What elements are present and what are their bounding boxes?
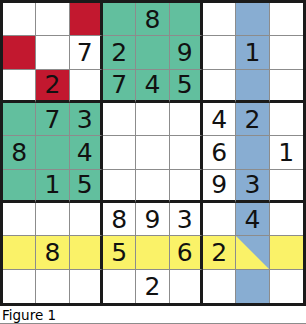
cell-r3c6[interactable]: 5	[170, 70, 203, 103]
cell-r6c8[interactable]: 3	[236, 170, 269, 203]
cell-r8c2[interactable]: 8	[36, 236, 69, 269]
cell-r8c5[interactable]	[136, 236, 169, 269]
sudoku-figure: 872912745734284611593893485622 Figure 1	[0, 0, 306, 324]
cell-r5c9[interactable]: 1	[270, 136, 303, 169]
cell-r9c4[interactable]	[103, 270, 136, 303]
cell-r7c4[interactable]: 8	[103, 203, 136, 236]
cell-r9c1[interactable]	[3, 270, 36, 303]
cell-r7c3[interactable]	[70, 203, 103, 236]
cell-r1c2[interactable]	[36, 3, 69, 36]
cell-r1c3[interactable]	[70, 3, 103, 36]
cell-r7c6[interactable]: 3	[170, 203, 203, 236]
cell-r4c2[interactable]: 7	[36, 103, 69, 136]
cell-r8c9[interactable]	[270, 236, 303, 269]
cell-r8c4[interactable]: 5	[103, 236, 136, 269]
cell-r7c9[interactable]	[270, 203, 303, 236]
sudoku-board: 872912745734284611593893485622	[0, 0, 306, 306]
cell-r2c4[interactable]: 2	[103, 36, 136, 69]
cell-r3c7[interactable]	[203, 70, 236, 103]
cell-r6c2[interactable]: 1	[36, 170, 69, 203]
cell-r6c4[interactable]	[103, 170, 136, 203]
cell-r8c7[interactable]: 2	[203, 236, 236, 269]
cell-r7c7[interactable]	[203, 203, 236, 236]
cell-r6c6[interactable]	[170, 170, 203, 203]
cell-r4c6[interactable]	[170, 103, 203, 136]
cell-r5c3[interactable]: 4	[70, 136, 103, 169]
cell-r7c5[interactable]: 9	[136, 203, 169, 236]
cell-r4c5[interactable]	[136, 103, 169, 136]
cell-r4c9[interactable]	[270, 103, 303, 136]
cell-r9c2[interactable]	[36, 270, 69, 303]
cell-r6c7[interactable]: 9	[203, 170, 236, 203]
cell-r6c1[interactable]	[3, 170, 36, 203]
cell-r7c1[interactable]	[3, 203, 36, 236]
cell-r3c5[interactable]: 4	[136, 70, 169, 103]
cell-r3c1[interactable]	[3, 70, 36, 103]
cell-r5c2[interactable]	[36, 136, 69, 169]
cell-r8c3[interactable]	[70, 236, 103, 269]
cell-r7c2[interactable]	[36, 203, 69, 236]
cell-r2c5[interactable]	[136, 36, 169, 69]
cell-r9c7[interactable]	[203, 270, 236, 303]
cell-r4c1[interactable]	[3, 103, 36, 136]
cell-r4c7[interactable]: 4	[203, 103, 236, 136]
cell-r9c3[interactable]	[70, 270, 103, 303]
cell-r4c3[interactable]: 3	[70, 103, 103, 136]
cell-r5c7[interactable]: 6	[203, 136, 236, 169]
cell-r2c7[interactable]	[203, 36, 236, 69]
cell-r2c1[interactable]	[3, 36, 36, 69]
cell-r1c9[interactable]	[270, 3, 303, 36]
cell-r8c8[interactable]	[236, 236, 269, 269]
cell-r9c6[interactable]	[170, 270, 203, 303]
cell-r2c6[interactable]: 9	[170, 36, 203, 69]
cell-r1c6[interactable]	[170, 3, 203, 36]
cell-r1c7[interactable]	[203, 3, 236, 36]
cell-r6c3[interactable]: 5	[70, 170, 103, 203]
cell-r5c1[interactable]: 8	[3, 136, 36, 169]
cell-r6c5[interactable]	[136, 170, 169, 203]
cell-r7c8[interactable]: 4	[236, 203, 269, 236]
figure-caption: Figure 1	[0, 306, 306, 324]
cell-r3c8[interactable]	[236, 70, 269, 103]
cell-r9c5[interactable]: 2	[136, 270, 169, 303]
cell-r8c6[interactable]: 6	[170, 236, 203, 269]
cell-r9c9[interactable]	[270, 270, 303, 303]
cell-r3c9[interactable]	[270, 70, 303, 103]
cell-r3c4[interactable]: 7	[103, 70, 136, 103]
cell-r2c2[interactable]	[36, 36, 69, 69]
cell-r1c8[interactable]	[236, 3, 269, 36]
cell-r1c5[interactable]: 8	[136, 3, 169, 36]
cell-r8c1[interactable]	[3, 236, 36, 269]
cell-r1c4[interactable]	[103, 3, 136, 36]
cell-r5c5[interactable]	[136, 136, 169, 169]
cell-r5c6[interactable]	[170, 136, 203, 169]
cell-r4c4[interactable]	[103, 103, 136, 136]
cell-r2c9[interactable]	[270, 36, 303, 69]
cell-r3c3[interactable]	[70, 70, 103, 103]
cell-r6c9[interactable]	[270, 170, 303, 203]
cell-r4c8[interactable]: 2	[236, 103, 269, 136]
cell-r1c1[interactable]	[3, 3, 36, 36]
cell-r9c8[interactable]	[236, 270, 269, 303]
cell-r5c4[interactable]	[103, 136, 136, 169]
cell-r2c3[interactable]: 7	[70, 36, 103, 69]
cell-r3c2[interactable]: 2	[36, 70, 69, 103]
cell-r2c8[interactable]: 1	[236, 36, 269, 69]
cell-r5c8[interactable]	[236, 136, 269, 169]
